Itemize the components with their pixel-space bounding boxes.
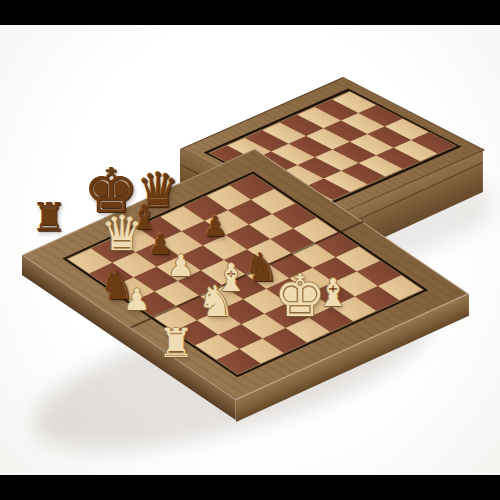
letterbox-bottom-bar xyxy=(0,475,500,500)
piece-dark-rook: ♜ xyxy=(31,197,67,237)
letterbox-top-bar xyxy=(0,0,500,25)
chess-set-photo: ♜♚♛♛♝♟♟♟♝♞♞♟♞♜♚♝ xyxy=(0,0,500,500)
